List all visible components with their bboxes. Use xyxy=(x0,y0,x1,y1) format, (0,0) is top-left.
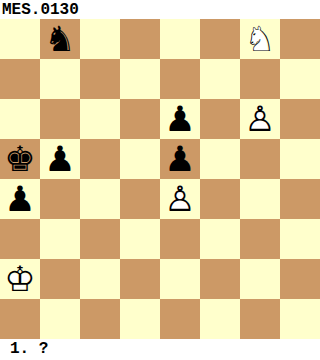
square-d6[interactable] xyxy=(120,99,160,139)
square-d4[interactable] xyxy=(120,179,160,219)
square-f3[interactable] xyxy=(200,219,240,259)
square-g8[interactable]: ♞♘ xyxy=(240,19,280,59)
square-d8[interactable] xyxy=(120,19,160,59)
square-g1[interactable] xyxy=(240,299,280,339)
square-a7[interactable] xyxy=(0,59,40,99)
square-g4[interactable] xyxy=(240,179,280,219)
square-h1[interactable] xyxy=(280,299,320,339)
square-g7[interactable] xyxy=(240,59,280,99)
square-c2[interactable] xyxy=(80,259,120,299)
piece-black-pawn-e6: ♟ xyxy=(160,99,200,139)
piece-black-pawn-b5: ♟ xyxy=(40,139,80,179)
square-b8[interactable]: ♞ xyxy=(40,19,80,59)
square-h8[interactable] xyxy=(280,19,320,59)
square-a3[interactable] xyxy=(0,219,40,259)
square-b3[interactable] xyxy=(40,219,80,259)
square-a6[interactable] xyxy=(0,99,40,139)
piece-white-king-a2: ♚♔ xyxy=(0,259,40,299)
square-e4[interactable]: ♟♙ xyxy=(160,179,200,219)
piece-white-pawn-e4: ♟♙ xyxy=(160,179,200,219)
square-h7[interactable] xyxy=(280,59,320,99)
square-d5[interactable] xyxy=(120,139,160,179)
square-f6[interactable] xyxy=(200,99,240,139)
square-c8[interactable] xyxy=(80,19,120,59)
square-b7[interactable] xyxy=(40,59,80,99)
piece-black-knight-b8: ♞ xyxy=(40,19,80,59)
square-g3[interactable] xyxy=(240,219,280,259)
square-e5[interactable]: ♟ xyxy=(160,139,200,179)
square-b6[interactable] xyxy=(40,99,80,139)
square-c3[interactable] xyxy=(80,219,120,259)
square-e1[interactable] xyxy=(160,299,200,339)
square-g2[interactable] xyxy=(240,259,280,299)
piece-black-pawn-a4: ♟ xyxy=(0,179,40,219)
square-a2[interactable]: ♚♔ xyxy=(0,259,40,299)
piece-black-king-a5: ♚ xyxy=(0,139,40,179)
square-c4[interactable] xyxy=(80,179,120,219)
square-e6[interactable]: ♟ xyxy=(160,99,200,139)
piece-white-knight-g8: ♞♘ xyxy=(240,19,280,59)
diagram-title: MES.0130 xyxy=(2,1,79,19)
square-e7[interactable] xyxy=(160,59,200,99)
move-prompt: 1. ? xyxy=(10,340,48,358)
square-b5[interactable]: ♟ xyxy=(40,139,80,179)
square-d3[interactable] xyxy=(120,219,160,259)
square-g6[interactable]: ♟♙ xyxy=(240,99,280,139)
chess-board: ♞♞♘♟♟♙♚♟♟♟♟♙♚♔ xyxy=(0,19,320,339)
square-f2[interactable] xyxy=(200,259,240,299)
square-a4[interactable]: ♟ xyxy=(0,179,40,219)
square-e8[interactable] xyxy=(160,19,200,59)
square-a1[interactable] xyxy=(0,299,40,339)
square-h2[interactable] xyxy=(280,259,320,299)
square-c6[interactable] xyxy=(80,99,120,139)
square-a8[interactable] xyxy=(0,19,40,59)
square-h4[interactable] xyxy=(280,179,320,219)
square-c1[interactable] xyxy=(80,299,120,339)
square-d7[interactable] xyxy=(120,59,160,99)
square-c5[interactable] xyxy=(80,139,120,179)
piece-black-pawn-e5: ♟ xyxy=(160,139,200,179)
square-e2[interactable] xyxy=(160,259,200,299)
square-f4[interactable] xyxy=(200,179,240,219)
square-h6[interactable] xyxy=(280,99,320,139)
square-h5[interactable] xyxy=(280,139,320,179)
square-h3[interactable] xyxy=(280,219,320,259)
square-f1[interactable] xyxy=(200,299,240,339)
piece-white-pawn-g6: ♟♙ xyxy=(240,99,280,139)
square-g5[interactable] xyxy=(240,139,280,179)
square-b2[interactable] xyxy=(40,259,80,299)
square-f7[interactable] xyxy=(200,59,240,99)
square-b1[interactable] xyxy=(40,299,80,339)
square-c7[interactable] xyxy=(80,59,120,99)
square-f8[interactable] xyxy=(200,19,240,59)
square-d2[interactable] xyxy=(120,259,160,299)
square-f5[interactable] xyxy=(200,139,240,179)
square-e3[interactable] xyxy=(160,219,200,259)
square-a5[interactable]: ♚ xyxy=(0,139,40,179)
square-b4[interactable] xyxy=(40,179,80,219)
square-d1[interactable] xyxy=(120,299,160,339)
